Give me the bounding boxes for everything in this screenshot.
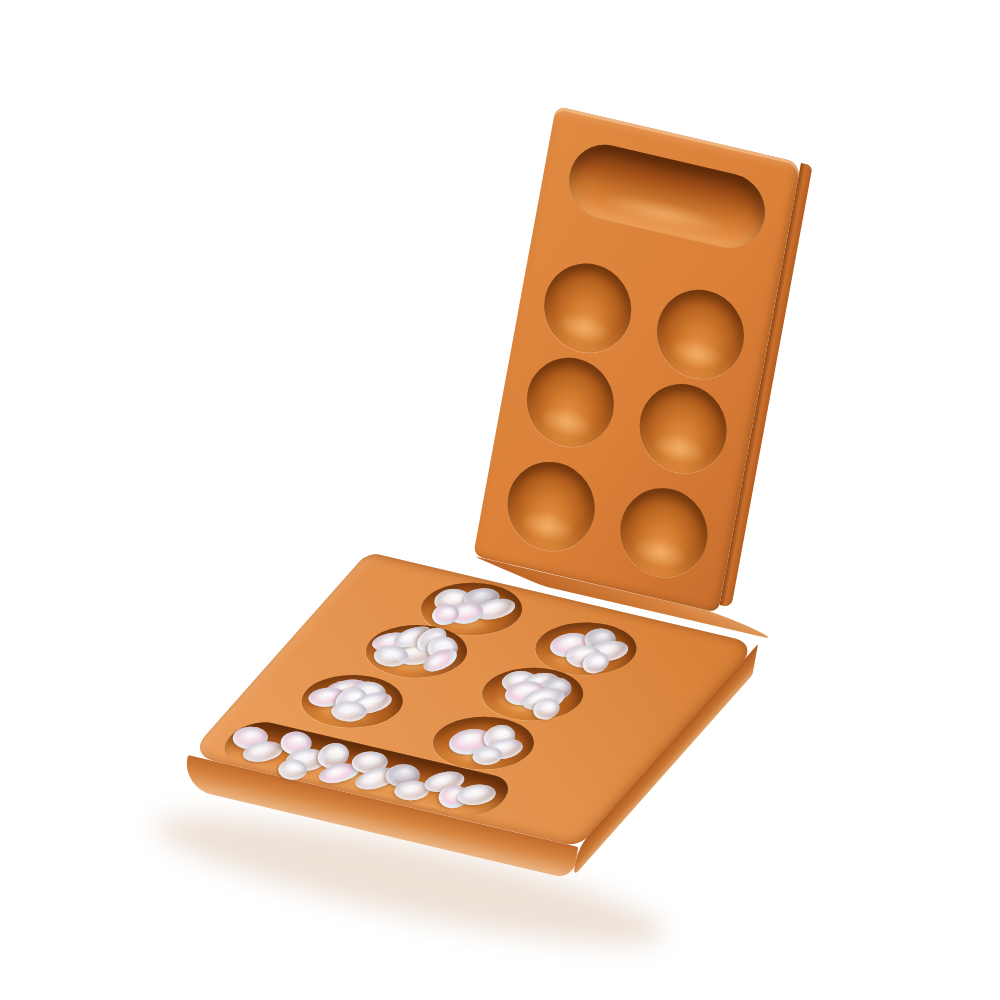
pit-upper-6[interactable] (613, 479, 714, 585)
pit-lower-5[interactable] (285, 666, 419, 735)
store-upper (563, 137, 771, 255)
pit-gloss-highlight (517, 507, 577, 547)
pit-upper-2[interactable] (650, 281, 751, 387)
mancala-board-photo (0, 0, 1000, 1000)
pit-upper-4[interactable] (632, 375, 733, 481)
pit-gloss-highlight (630, 533, 690, 573)
pit-upper-5[interactable] (500, 453, 601, 559)
upper-flap (473, 106, 801, 613)
pit-upper-1[interactable] (537, 255, 638, 361)
pit-upper-3[interactable] (520, 349, 621, 455)
pit-gloss-highlight (554, 309, 614, 349)
pit-gloss-highlight (649, 429, 709, 469)
pit-gloss-highlight (600, 188, 729, 240)
pit-gloss-highlight (537, 403, 597, 443)
pit-gloss-highlight (667, 335, 727, 375)
